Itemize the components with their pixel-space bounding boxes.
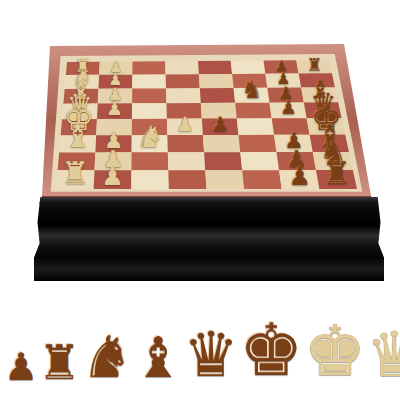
light-square (203, 135, 240, 152)
light-square (131, 170, 169, 189)
dark-square (238, 135, 276, 152)
dark-square (97, 103, 132, 119)
dark-square (58, 152, 96, 170)
dark-square (242, 170, 282, 189)
lineup-light-king: ♚ (303, 316, 366, 386)
light-square (201, 103, 237, 119)
light-square (240, 152, 279, 170)
light-square (265, 74, 301, 88)
light-square (313, 152, 353, 170)
light-square (301, 87, 338, 102)
light-square (132, 135, 168, 152)
light-square (62, 104, 98, 120)
dark-square (132, 61, 165, 74)
chess-set-photo: ♜♟♟♜♞♟♟♝♟♞♟♝♛♟♟♛♚♟♟♚♝♟♞♟♝♟♟♞♜♟♟♜ ♟♜♞♝♛♚♚… (0, 0, 400, 400)
dark-square (63, 89, 98, 104)
dark-square (166, 103, 201, 119)
dark-square (299, 73, 335, 87)
dark-square (131, 152, 168, 170)
lineup-dark-queen: ♛ (183, 324, 239, 386)
storage-base (34, 197, 384, 281)
light-square (167, 119, 203, 136)
dark-square (202, 118, 239, 135)
dark-square (66, 62, 100, 75)
dark-square (204, 152, 242, 170)
lineup-light-queen: ♛ (366, 324, 400, 386)
light-square (98, 89, 132, 104)
light-square (132, 103, 167, 119)
dark-square (316, 170, 357, 189)
dark-square (264, 60, 299, 74)
light-square (205, 170, 244, 189)
light-square (99, 62, 132, 75)
dark-square (304, 102, 342, 118)
light-square (199, 74, 234, 88)
light-square (237, 118, 274, 135)
light-square (96, 119, 132, 135)
light-square (59, 135, 96, 152)
dark-square (167, 135, 204, 152)
light-square (296, 60, 332, 74)
dark-square (94, 170, 132, 189)
dark-square (277, 152, 316, 170)
dark-square (168, 170, 206, 189)
lineup-dark-pawn: ♟ (4, 348, 38, 386)
dark-square (235, 103, 272, 119)
light-square (274, 135, 313, 152)
lineup-dark-knight: ♞ (81, 328, 133, 386)
light-square (56, 170, 95, 189)
dark-square (200, 88, 235, 103)
piece-lineup: ♟♜♞♝♛♚♚♛♝♞♜♟ (4, 314, 396, 386)
light-square (307, 118, 346, 135)
light-square (132, 74, 166, 88)
dark-square (132, 88, 166, 103)
light-square (231, 61, 266, 74)
dark-square (61, 119, 97, 135)
light-square (168, 152, 205, 170)
lineup-dark-rook: ♜ (38, 338, 81, 386)
dark-square (267, 88, 303, 103)
lineup-dark-king: ♚ (239, 314, 304, 386)
light-square (234, 88, 270, 103)
light-square (95, 152, 132, 170)
dark-square (232, 74, 267, 88)
dark-square (166, 74, 200, 88)
lineup-dark-bishop: ♝ (133, 330, 183, 386)
dark-square (310, 135, 349, 152)
light-square (279, 170, 319, 189)
dark-square (95, 135, 131, 152)
dark-square (132, 119, 168, 135)
dark-square (98, 75, 132, 89)
dark-square (198, 61, 232, 74)
dark-square (272, 118, 310, 135)
light-square (166, 88, 201, 103)
light-square (269, 102, 306, 118)
light-square (65, 75, 99, 89)
light-square (165, 61, 199, 74)
